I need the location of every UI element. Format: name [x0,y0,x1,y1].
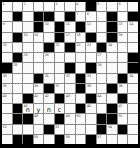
cell-r13-c4[interactable] [34,125,44,134]
block-cell [97,125,107,134]
block-cell [55,135,65,144]
clue-number: 40 [3,94,7,98]
clue-number: 43 [66,94,70,98]
cell-r6-c5[interactable]: 26 [44,53,54,62]
crossword-grid: 1234567891011121314151617181920212223242… [0,0,140,148]
clue-number: 38 [87,84,91,88]
cell-r3-c10[interactable] [97,22,107,31]
block-cell [128,12,138,21]
cell-r2-c9[interactable]: 8 [86,12,96,21]
cell-r8-c3[interactable] [23,74,33,83]
cell-r5-c2[interactable] [13,43,23,52]
clue-number: 14 [129,22,133,26]
cell-r7-c3[interactable] [23,63,33,72]
cell-r9-c3[interactable] [23,84,33,93]
cell-r5-c8[interactable]: 22 [76,43,86,52]
cell-r4-c3[interactable]: 15 [23,33,33,42]
cell-r12-c8[interactable]: 50 [76,114,86,123]
block-cell [55,33,65,42]
block-cell [76,84,86,93]
cell-r6-c6[interactable] [55,53,65,62]
cell-r7-c4[interactable] [34,63,44,72]
clue-number: 32 [66,74,70,78]
clue-number: 1 [3,2,5,6]
block-cell [65,43,75,52]
cell-r7-c8[interactable] [76,63,86,72]
cell-r4-c10[interactable] [97,33,107,42]
clue-number: 16 [34,33,38,37]
cell-r2-c10[interactable] [97,12,107,21]
block-cell [107,12,117,21]
cell-r14-c1[interactable] [2,135,12,144]
clue-number: 54 [108,125,112,129]
cell-r7-c5[interactable] [44,63,54,72]
clue-number: 21 [55,43,59,47]
cell-r7-c6[interactable] [55,63,65,72]
block-cell [44,43,54,52]
cell-r1-c12[interactable]: 6 [118,2,128,11]
cell-r8-c1[interactable]: 30 [2,74,12,83]
block-cell [107,33,117,42]
clue-number: 15 [24,33,28,37]
cell-r1-c10[interactable]: 5 [97,2,107,11]
cell-r10-c2[interactable] [13,94,23,103]
clue-number: 18 [76,33,80,37]
block-cell [44,125,54,134]
clue-number: 7 [76,12,78,16]
clue-number: 10 [45,22,49,26]
block-cell [55,94,65,103]
clue-number: 2 [24,2,26,6]
cell-r8-c5[interactable]: 31 [44,74,54,83]
cell-r2-c1[interactable] [2,12,12,21]
cell-r4-c4[interactable]: 16 [34,33,44,42]
cell-r12-c7[interactable]: 49 [65,114,75,123]
clue-number: 51 [118,114,122,118]
cell-r3-c1[interactable]: 9 [2,22,12,31]
cell-r9-c13[interactable] [128,84,138,93]
cell-r7-c12[interactable] [118,63,128,72]
block-cell [86,135,96,144]
cell-r2-c12[interactable] [118,12,128,21]
cell-r12-c1[interactable] [2,114,12,123]
cell-r14-c4[interactable]: 55 [34,135,44,144]
block-cell [128,53,138,62]
cell-r2-c3[interactable] [23,12,33,21]
block-cell [13,33,23,42]
block-cell [34,74,44,83]
cell-r14-c11[interactable] [107,135,117,144]
cell-letter: c [55,106,65,113]
block-cell [107,84,117,93]
cell-r11-c3[interactable]: 45n [23,104,33,113]
clue-number: 34 [129,74,133,78]
cell-r6-c7[interactable] [65,53,75,62]
clue-number: 28 [13,63,17,67]
clue-number: 3 [55,2,57,6]
block-cell [107,104,117,113]
cell-r14-c7[interactable]: 56 [65,135,75,144]
cell-r13-c1[interactable]: 52 [2,125,12,134]
block-cell [13,104,23,113]
clue-number: 56 [66,135,70,139]
cell-r1-c7[interactable] [65,2,75,11]
cell-r6-c3[interactable]: 25 [23,53,33,62]
cell-r13-c8[interactable] [76,125,86,134]
clue-number: 39 [118,84,122,88]
clue-number: 29 [97,63,101,67]
clue-number: 25 [24,53,28,57]
cell-r3-c13[interactable]: 14 [128,22,138,31]
cell-r1-c2[interactable] [13,2,23,11]
cell-r13-c13[interactable] [128,125,138,134]
clue-number: 23 [87,43,91,47]
cell-r8-c13[interactable]: 34 [128,74,138,83]
cell-r1-c13[interactable] [128,2,138,11]
cell-r10-c11[interactable] [107,94,117,103]
cell-r9-c6[interactable]: 37 [55,84,65,93]
cell-r10-c7[interactable]: 43 [65,94,75,103]
cell-r11-c7[interactable] [65,104,75,113]
cell-r12-c4[interactable]: 48 [34,114,44,123]
cell-letter: n [44,106,54,113]
cell-r11-c5[interactable]: n [44,104,54,113]
cell-r3-c12[interactable]: 13 [118,22,128,31]
block-cell [34,22,44,31]
block-cell [13,135,23,144]
clue-number: 35 [3,84,7,88]
clue-number: 31 [45,74,49,78]
block-cell [128,63,138,72]
clue-number: 27 [97,53,101,57]
cell-r3-c3[interactable] [23,22,33,31]
block-cell [86,63,96,72]
block-cell [97,114,107,123]
cell-r6-c9[interactable] [86,53,96,62]
cell-r13-c6[interactable]: 53 [55,125,65,134]
cell-r5-c6[interactable]: 21 [55,43,65,52]
cell-r3-c5[interactable]: 10 [44,22,54,31]
cell-r1-c1[interactable]: 1 [2,2,12,11]
cell-r1-c3[interactable]: 2 [23,2,33,11]
cell-r8-c7[interactable]: 32 [65,74,75,83]
block-cell [23,114,33,123]
cell-r3-c7[interactable]: 11 [65,22,75,31]
clue-number: 33 [87,74,91,78]
block-cell [23,94,33,103]
cell-r10-c8[interactable] [76,94,86,103]
block-cell [44,84,54,93]
clue-number: 57 [97,135,101,139]
clue-number: 37 [55,84,59,88]
block-cell [55,114,65,123]
cell-r9-c4[interactable]: 36 [34,84,44,93]
block-cell [13,53,23,62]
cell-r1-c11[interactable] [107,2,117,11]
clue-number: 19 [118,33,122,37]
clue-number: 50 [76,114,80,118]
cell-r4-c7[interactable]: 17 [65,33,75,42]
cell-r9-c7[interactable] [65,84,75,93]
block-cell [76,104,86,113]
block-cell [76,74,86,83]
clue-number: 49 [66,114,70,118]
block-cell [13,12,23,21]
cell-r10-c13[interactable] [128,94,138,103]
cell-r11-c12[interactable]: 47 [118,104,128,113]
clue-number: 9 [3,22,5,26]
cell-r14-c10[interactable]: 57 [97,135,107,144]
cell-r13-c11[interactable]: 54 [107,125,117,134]
cell-r4-c5[interactable] [44,33,54,42]
cell-r11-c9[interactable]: 46 [86,104,96,113]
clue-number: 41 [34,94,38,98]
cell-r6-c8[interactable] [76,53,86,62]
cell-r1-c8[interactable]: 4 [76,2,86,11]
clue-number: 6 [118,2,120,6]
clue-number: 52 [3,125,7,129]
clue-number: 8 [87,12,89,16]
clue-number: 13 [118,22,122,26]
block-cell [107,114,117,123]
cell-r4-c8[interactable]: 18 [76,33,86,42]
cell-r13-c2[interactable] [13,125,23,134]
cell-r5-c13[interactable] [128,43,138,52]
cell-r11-c10[interactable] [97,104,107,113]
cell-r12-c13[interactable] [128,114,138,123]
clue-number: 24 [108,43,112,47]
cell-r11-c6[interactable]: c [55,104,65,113]
cell-r14-c13[interactable] [128,135,138,144]
cell-r3-c2[interactable] [13,22,23,31]
clue-number: 47 [118,104,122,108]
block-cell [23,135,33,144]
clue-number: 42 [45,94,49,98]
cell-r12-c9[interactable] [86,114,96,123]
clue-number: 20 [3,43,7,47]
block-cell [118,125,128,134]
clue-number: 44 [97,94,101,98]
block-cell [65,12,75,21]
cell-r9-c10[interactable] [97,84,107,93]
cell-r8-c9[interactable]: 33 [86,74,96,83]
cell-r5-c4[interactable] [34,43,44,52]
clue-number: 5 [97,2,99,6]
cell-r10-c1[interactable]: 40 [2,94,12,103]
clue-number: 12 [87,22,91,26]
block-cell [118,94,128,103]
cell-r8-c10[interactable] [97,74,107,83]
block-cell [97,43,107,52]
clue-number: 48 [34,114,38,118]
cell-r14-c12[interactable] [118,135,128,144]
clue-number: 11 [66,22,70,26]
cell-letter: n [23,106,33,113]
cell-r7-c11[interactable] [107,63,117,72]
block-cell [44,12,54,21]
cell-r9-c9[interactable]: 38 [86,84,96,93]
cell-r5-c3[interactable] [23,43,33,52]
cell-r10-c10[interactable]: 44 [97,94,107,103]
cell-r9-c1[interactable]: 35 [2,84,12,93]
cell-r6-c11[interactable] [107,53,117,62]
clue-number: 4 [76,2,78,6]
clue-number: 30 [3,74,7,78]
block-cell [55,22,65,31]
cell-r5-c11[interactable]: 24 [107,43,117,52]
cell-r6-c12[interactable] [118,53,128,62]
cell-r4-c13[interactable] [128,33,138,42]
clue-number: 26 [45,53,49,57]
cell-r3-c9[interactable]: 12 [86,22,96,31]
cell-letter: y [34,106,44,113]
cell-r14-c8[interactable] [76,135,86,144]
cell-r2-c6[interactable] [55,12,65,21]
cell-r11-c13[interactable] [128,104,138,113]
cell-r4-c12[interactable]: 19 [118,33,128,42]
cell-r10-c4[interactable]: 41 [34,94,44,103]
block-cell [76,22,86,31]
block-cell [86,94,96,103]
block-cell [13,114,23,123]
cell-r6-c4[interactable] [34,53,44,62]
cell-r4-c1[interactable] [2,33,12,42]
cell-r9-c12[interactable]: 39 [118,84,128,93]
clue-number: 55 [34,135,38,139]
cell-r8-c2[interactable] [13,74,23,83]
clue-number: 22 [76,43,80,47]
cell-r11-c1[interactable] [2,104,12,113]
clue-number: 46 [87,104,91,108]
block-cell [118,74,128,83]
cell-r8-c11[interactable] [107,74,117,83]
block-cell [34,12,44,21]
cell-r1-c4[interactable] [34,2,44,11]
cell-r9-c2[interactable] [13,84,23,93]
block-cell [65,63,75,72]
clue-number: 17 [66,33,70,37]
cell-r6-c1[interactable] [2,53,12,62]
cell-r6-c10[interactable]: 27 [97,53,107,62]
cell-r13-c9[interactable] [86,125,96,134]
cell-r5-c12[interactable] [118,43,128,52]
cell-r14-c5[interactable] [44,135,54,144]
block-cell [86,33,96,42]
cell-r5-c1[interactable]: 20 [2,43,12,52]
clue-number: 36 [34,84,38,88]
cell-r5-c9[interactable]: 23 [86,43,96,52]
cell-r1-c5[interactable] [44,2,54,11]
cell-r12-c12[interactable]: 51 [118,114,128,123]
block-cell [107,22,117,31]
cell-r12-c5[interactable] [44,114,54,123]
block-cell [86,2,96,11]
cell-r13-c7[interactable] [65,125,75,134]
cell-r8-c6[interactable] [55,74,65,83]
block-cell [2,63,12,72]
cell-r13-c3[interactable] [23,125,33,134]
cell-r11-c4[interactable]: y [34,104,44,113]
cell-r7-c2[interactable]: 28 [13,63,23,72]
cell-r2-c8[interactable]: 7 [76,12,86,21]
cell-r7-c10[interactable]: 29 [97,63,107,72]
clue-number: 53 [55,125,59,129]
cell-r10-c5[interactable]: 42 [44,94,54,103]
cell-r1-c6[interactable]: 3 [55,2,65,11]
